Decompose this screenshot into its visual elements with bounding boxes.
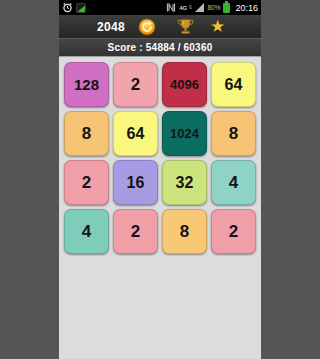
tile-r1c3: 4096 <box>162 62 207 107</box>
notification-app-icon <box>76 3 86 13</box>
star-icon: ★ <box>210 18 225 35</box>
tile-r3c4: 4 <box>211 160 256 205</box>
tile-r4c4: 2 <box>211 209 256 254</box>
tile-r3c1: 2 <box>64 160 109 205</box>
data-arrows-icon: ⇅ <box>188 5 192 10</box>
tile-r2c4: 8 <box>211 111 256 156</box>
alarm-clock-icon <box>62 2 73 13</box>
status-right: 4G ⇅ 80% 20:16 <box>166 3 258 13</box>
score-text: Score : 54884 / 60360 <box>108 42 213 53</box>
battery-icon <box>223 3 230 13</box>
tile-r2c2: 64 <box>113 111 158 156</box>
status-bar: 4G ⇅ 80% 20:16 <box>59 0 261 15</box>
tile-r3c2: 16 <box>113 160 158 205</box>
game-board: 128 2 4096 64 8 64 1024 8 2 16 32 4 4 2 … <box>59 57 261 359</box>
star-button[interactable]: ★ <box>210 17 225 37</box>
network-4g-label: 4G <box>179 5 187 11</box>
app-title: 2048 <box>97 20 125 34</box>
nfc-icon <box>166 3 176 12</box>
tile-r4c1: 4 <box>64 209 109 254</box>
tile-r2c3: 1024 <box>162 111 207 156</box>
signal-strength-icon <box>195 3 204 12</box>
tile-r1c2: 2 <box>113 62 158 107</box>
tile-r1c4: 64 <box>211 62 256 107</box>
title-bar: 2048 <box>59 15 261 39</box>
tile-grid[interactable]: 128 2 4096 64 8 64 1024 8 2 16 32 4 4 2 … <box>59 57 261 259</box>
score-bar: Score : 54884 / 60360 <box>59 39 261 57</box>
tile-r3c3: 32 <box>162 160 207 205</box>
tile-r4c2: 2 <box>113 209 158 254</box>
phone-screen: 4G ⇅ 80% 20:16 2048 <box>59 0 261 359</box>
tile-r2c1: 8 <box>64 111 109 156</box>
tile-r4c3: 8 <box>162 209 207 254</box>
trophy-button[interactable] <box>176 17 195 37</box>
trophy-icon <box>176 18 195 36</box>
coin-undo-icon <box>138 18 156 36</box>
status-left <box>62 2 86 13</box>
coin-undo-button[interactable] <box>138 17 156 37</box>
tile-r1c1: 128 <box>64 62 109 107</box>
clock-time: 20:16 <box>235 3 258 13</box>
battery-percent: 80% <box>207 4 220 11</box>
